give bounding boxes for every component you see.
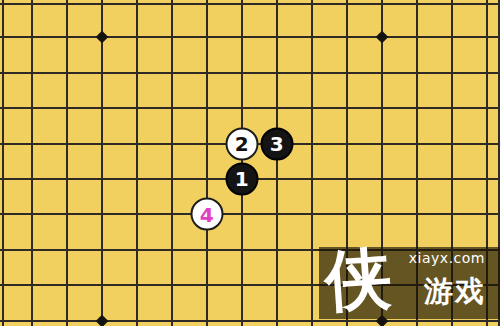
stone-move-1: 1 (225, 162, 258, 195)
grid-horizontal-line (0, 320, 500, 322)
grid-vertical-line (31, 0, 33, 326)
watermark-overlay: 侠 xiayx.com 游戏 (319, 247, 500, 319)
grid-horizontal-line (0, 3, 500, 5)
grid-vertical-line (171, 0, 173, 326)
grid-horizontal-line (0, 107, 500, 109)
stone-move-3: 3 (260, 127, 293, 160)
grid-vertical-line (206, 0, 208, 326)
grid-horizontal-line (0, 72, 500, 74)
star-point (95, 314, 108, 326)
grid-horizontal-line (0, 213, 500, 215)
stone-move-4: 4 (190, 198, 223, 231)
watermark-logo-character: 侠 (323, 241, 394, 318)
grid-horizontal-line (0, 36, 500, 38)
grid-vertical-line (136, 0, 138, 326)
grid-vertical-line (2, 0, 4, 326)
grid-vertical-line (311, 0, 313, 326)
stone-move-2: 2 (225, 127, 258, 160)
go-board-diagram: 1234 侠 xiayx.com 游戏 (0, 0, 500, 326)
grid-vertical-line (276, 0, 278, 326)
star-point (95, 31, 108, 44)
grid-vertical-line (101, 0, 103, 326)
grid-vertical-line (66, 0, 68, 326)
star-point (375, 31, 388, 44)
watermark-logo-text: 游戏 (424, 272, 486, 312)
watermark-site-url: xiayx.com (409, 250, 485, 266)
